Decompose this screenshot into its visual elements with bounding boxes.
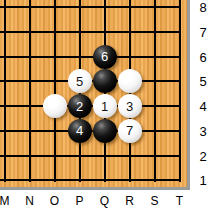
row-label-3: 3 — [194, 123, 212, 138]
grid-line-row-6 — [0, 56, 181, 58]
grid-line-row-7 — [0, 31, 181, 33]
grid-line-row-1 — [0, 179, 181, 181]
col-label-S: S — [150, 194, 158, 208]
go-board[interactable]: 6521347 — [0, 0, 190, 190]
stone-R3-move-7: 7 — [118, 119, 142, 143]
row-label-8: 8 — [194, 0, 212, 15]
col-label-P: P — [75, 194, 83, 208]
stone-Q5 — [93, 69, 117, 93]
go-diagram: 6521347 MNOPQRST87654321 — [0, 0, 212, 212]
col-label-N: N — [25, 194, 34, 208]
stone-P4-move-2: 2 — [68, 94, 92, 118]
col-label-Q: Q — [100, 194, 109, 208]
stone-P3-move-4: 4 — [68, 119, 92, 143]
row-label-6: 6 — [194, 49, 212, 64]
stone-O4 — [43, 94, 67, 118]
row-label-7: 7 — [194, 24, 212, 39]
grid-line-row-2 — [0, 155, 181, 157]
col-label-R: R — [125, 194, 134, 208]
row-label-5: 5 — [194, 74, 212, 89]
stone-Q4-move-1: 1 — [93, 94, 117, 118]
stone-P5-move-5: 5 — [68, 69, 92, 93]
stone-R4-move-3: 3 — [118, 94, 142, 118]
row-label-2: 2 — [194, 148, 212, 163]
row-label-1: 1 — [194, 173, 212, 188]
stone-R5 — [118, 69, 142, 93]
col-label-O: O — [50, 194, 59, 208]
col-label-T: T — [176, 194, 183, 208]
row-label-4: 4 — [194, 99, 212, 114]
col-label-M: M — [0, 194, 10, 208]
grid-line-row-8 — [0, 6, 181, 8]
stone-Q6-move-6: 6 — [93, 45, 117, 69]
stone-Q3 — [93, 119, 117, 143]
